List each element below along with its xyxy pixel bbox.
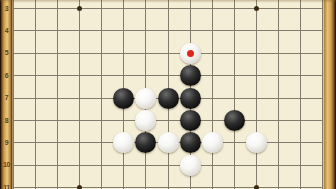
- grid-line-vertical: [256, 0, 257, 189]
- grid-line-vertical: [300, 0, 301, 189]
- last-move-marker: [187, 50, 194, 57]
- row-label-5: 5: [1, 49, 12, 57]
- grid-line-vertical: [57, 0, 58, 189]
- grid-line-vertical: [101, 0, 102, 189]
- row-label-11: 11: [1, 184, 12, 189]
- row-label-10: 10: [1, 161, 12, 169]
- grid-line-vertical: [35, 0, 36, 189]
- black-stone: [180, 132, 201, 153]
- gomoku-game-screen: 34567891011: [0, 0, 336, 189]
- row-label-9: 9: [1, 139, 12, 147]
- star-point: [254, 185, 259, 189]
- grid-line-vertical: [234, 0, 235, 189]
- board-grid[interactable]: [0, 0, 336, 189]
- black-stone: [135, 132, 156, 153]
- row-label-6: 6: [1, 72, 12, 80]
- grid-line-vertical: [278, 0, 279, 189]
- white-stone: [135, 88, 156, 109]
- black-stone: [158, 88, 179, 109]
- black-stone: [224, 110, 245, 131]
- star-point: [77, 185, 82, 189]
- white-stone: [113, 132, 134, 153]
- row-label-8: 8: [1, 117, 12, 125]
- white-stone: [158, 132, 179, 153]
- white-stone: [135, 110, 156, 131]
- row-label-4: 4: [1, 27, 12, 35]
- board-frame-right: [323, 0, 336, 189]
- star-point: [77, 6, 82, 11]
- black-stone: [180, 65, 201, 86]
- star-point: [254, 6, 259, 11]
- grid-line-vertical: [79, 0, 80, 189]
- row-label-7: 7: [1, 94, 12, 102]
- board-frame-left: 34567891011: [0, 0, 13, 189]
- black-stone: [180, 110, 201, 131]
- black-stone: [113, 88, 134, 109]
- grid-line-vertical: [212, 0, 213, 189]
- white-stone: [180, 155, 201, 176]
- row-label-3: 3: [1, 5, 12, 13]
- white-stone: [246, 132, 267, 153]
- white-stone: [202, 132, 223, 153]
- black-stone: [180, 88, 201, 109]
- white-stone: [180, 43, 201, 64]
